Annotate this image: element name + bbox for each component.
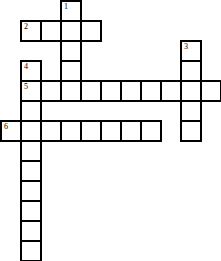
cell-r1c3[interactable] [60, 20, 82, 42]
cell-r7c1[interactable] [20, 140, 42, 162]
cell-r6c4[interactable] [80, 120, 102, 142]
cell-r6c7[interactable] [140, 120, 162, 142]
cell-r4c6[interactable] [120, 80, 142, 102]
cell-r6c2[interactable] [40, 120, 62, 142]
cell-r0c3[interactable]: 1 [60, 0, 82, 22]
cell-r4c3[interactable] [60, 80, 82, 102]
cell-r1c1[interactable]: 2 [20, 20, 42, 42]
cell-r3c3[interactable] [60, 60, 82, 82]
cell-r1c4[interactable] [80, 20, 102, 42]
cell-r4c9[interactable] [180, 80, 202, 102]
cell-r4c10[interactable] [200, 80, 221, 102]
cell-r10c1[interactable] [20, 200, 42, 222]
crossword-grid: 123456 [0, 0, 221, 261]
cell-r6c0[interactable]: 6 [0, 120, 22, 142]
cell-r2c3[interactable] [60, 40, 82, 62]
cell-r4c2[interactable] [40, 80, 62, 102]
cell-r4c1[interactable]: 5 [20, 80, 42, 102]
cell-r5c9[interactable] [180, 100, 202, 122]
cell-r3c9[interactable] [180, 60, 202, 82]
cell-r2c9[interactable]: 3 [180, 40, 202, 62]
clue-number-5: 5 [24, 82, 28, 91]
cell-r5c1[interactable] [20, 100, 42, 122]
cell-r4c7[interactable] [140, 80, 162, 102]
cell-r6c9[interactable] [180, 120, 202, 142]
cell-r6c5[interactable] [100, 120, 122, 142]
cell-r8c1[interactable] [20, 160, 42, 182]
cell-r6c3[interactable] [60, 120, 82, 142]
cell-r6c1[interactable] [20, 120, 42, 142]
cell-r6c6[interactable] [120, 120, 142, 142]
clue-number-3: 3 [184, 42, 188, 51]
clue-number-2: 2 [24, 22, 28, 31]
cell-r4c8[interactable] [160, 80, 182, 102]
cell-r12c1[interactable] [20, 240, 42, 261]
cell-r4c4[interactable] [80, 80, 102, 102]
cell-r9c1[interactable] [20, 180, 42, 202]
clue-number-1: 1 [64, 2, 68, 11]
cell-r1c2[interactable] [40, 20, 62, 42]
clue-number-4: 4 [24, 62, 28, 71]
cell-r3c1[interactable]: 4 [20, 60, 42, 82]
cell-r4c5[interactable] [100, 80, 122, 102]
clue-number-6: 6 [4, 122, 8, 131]
cell-r11c1[interactable] [20, 220, 42, 242]
